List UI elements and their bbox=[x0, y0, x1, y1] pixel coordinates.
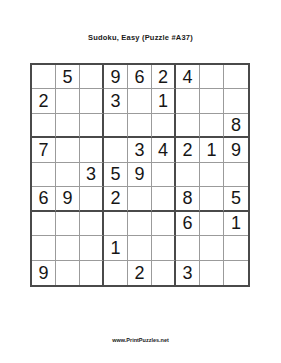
cell-r1c3 bbox=[80, 65, 104, 89]
cell-r4c8: 1 bbox=[200, 138, 224, 162]
cell-r6c3 bbox=[80, 187, 104, 211]
cell-r7c3 bbox=[80, 212, 104, 236]
cell-r2c1: 2 bbox=[32, 89, 56, 113]
cell-r5c5: 9 bbox=[128, 163, 152, 187]
footer-url: www.PrintPuzzles.net bbox=[0, 337, 281, 343]
cell-r1c4: 9 bbox=[104, 65, 128, 89]
cell-r3c3 bbox=[80, 114, 104, 138]
cell-r2c5 bbox=[128, 89, 152, 113]
cell-r4c5: 3 bbox=[128, 138, 152, 162]
cell-r2c7 bbox=[176, 89, 200, 113]
cell-r3c8 bbox=[200, 114, 224, 138]
cell-r5c8 bbox=[200, 163, 224, 187]
cell-r7c7: 6 bbox=[176, 212, 200, 236]
cell-r5c7 bbox=[176, 163, 200, 187]
cell-r8c8 bbox=[200, 236, 224, 260]
cell-r9c3 bbox=[80, 261, 104, 285]
cell-r2c6: 1 bbox=[152, 89, 176, 113]
cell-r7c8 bbox=[200, 212, 224, 236]
cell-r9c8 bbox=[200, 261, 224, 285]
cell-r1c7: 4 bbox=[176, 65, 200, 89]
cell-r8c7 bbox=[176, 236, 200, 260]
cell-r6c8 bbox=[200, 187, 224, 211]
cell-r3c6 bbox=[152, 114, 176, 138]
cell-r7c9: 1 bbox=[224, 212, 248, 236]
cell-r2c8 bbox=[200, 89, 224, 113]
cell-r8c9 bbox=[224, 236, 248, 260]
cell-r7c1 bbox=[32, 212, 56, 236]
cell-r5c2 bbox=[56, 163, 80, 187]
cell-r6c7: 8 bbox=[176, 187, 200, 211]
cell-r2c3 bbox=[80, 89, 104, 113]
cell-r8c2 bbox=[56, 236, 80, 260]
cell-r9c7: 3 bbox=[176, 261, 200, 285]
cell-r2c9 bbox=[224, 89, 248, 113]
cell-r7c2 bbox=[56, 212, 80, 236]
cell-r4c3 bbox=[80, 138, 104, 162]
cell-r1c9 bbox=[224, 65, 248, 89]
cell-r9c2 bbox=[56, 261, 80, 285]
cell-r5c6 bbox=[152, 163, 176, 187]
cell-r1c1 bbox=[32, 65, 56, 89]
cell-r3c2 bbox=[56, 114, 80, 138]
cell-r8c1 bbox=[32, 236, 56, 260]
cell-r9c4 bbox=[104, 261, 128, 285]
cell-r3c9: 8 bbox=[224, 114, 248, 138]
cell-r8c5 bbox=[128, 236, 152, 260]
cell-r8c4: 1 bbox=[104, 236, 128, 260]
cell-r4c7: 2 bbox=[176, 138, 200, 162]
cell-r6c6 bbox=[152, 187, 176, 211]
cell-r5c4: 5 bbox=[104, 163, 128, 187]
cell-r4c4 bbox=[104, 138, 128, 162]
sudoku-grid: 59624231873421935969285611923 bbox=[30, 63, 250, 287]
cell-r8c3 bbox=[80, 236, 104, 260]
cell-r7c5 bbox=[128, 212, 152, 236]
cell-r7c6 bbox=[152, 212, 176, 236]
cell-r5c9 bbox=[224, 163, 248, 187]
cell-r3c1 bbox=[32, 114, 56, 138]
cell-r4c6: 4 bbox=[152, 138, 176, 162]
cell-r5c3: 3 bbox=[80, 163, 104, 187]
cell-r1c2: 5 bbox=[56, 65, 80, 89]
cell-r9c5: 2 bbox=[128, 261, 152, 285]
cell-r1c8 bbox=[200, 65, 224, 89]
cell-r9c9 bbox=[224, 261, 248, 285]
cell-r2c4: 3 bbox=[104, 89, 128, 113]
cell-r6c5 bbox=[128, 187, 152, 211]
cell-r3c4 bbox=[104, 114, 128, 138]
cell-r6c4: 2 bbox=[104, 187, 128, 211]
cell-r3c5 bbox=[128, 114, 152, 138]
cell-r7c4 bbox=[104, 212, 128, 236]
cell-r6c2: 9 bbox=[56, 187, 80, 211]
sudoku-page: Sudoku, Easy (Puzzle #A37) 5962423187342… bbox=[0, 0, 281, 363]
cell-r2c2 bbox=[56, 89, 80, 113]
page-title: Sudoku, Easy (Puzzle #A37) bbox=[0, 33, 281, 42]
cell-r8c6 bbox=[152, 236, 176, 260]
cell-r6c9: 5 bbox=[224, 187, 248, 211]
cell-r9c6 bbox=[152, 261, 176, 285]
cell-r5c1 bbox=[32, 163, 56, 187]
cell-r6c1: 6 bbox=[32, 187, 56, 211]
cell-r9c1: 9 bbox=[32, 261, 56, 285]
cell-r3c7 bbox=[176, 114, 200, 138]
cell-r4c9: 9 bbox=[224, 138, 248, 162]
cell-r4c2 bbox=[56, 138, 80, 162]
cell-r1c6: 2 bbox=[152, 65, 176, 89]
cell-r4c1: 7 bbox=[32, 138, 56, 162]
cell-r1c5: 6 bbox=[128, 65, 152, 89]
